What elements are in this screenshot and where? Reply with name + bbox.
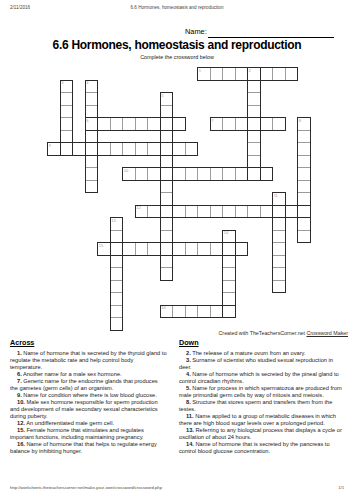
cell-number-5: 5: [161, 94, 163, 98]
down-section: Down 2. The release of a mature ovum fro…: [179, 338, 342, 455]
cell-number-14: 14: [224, 231, 228, 235]
clue-number: 6.: [17, 371, 22, 377]
clue-7-across: 7. Generic name for the endocrine glands…: [10, 378, 167, 392]
clue-8-down: 8. Structure that stores sperm and trans…: [179, 399, 342, 413]
cell-number-1: 1: [199, 69, 201, 73]
clue-16-across: 16. Name of hormone that that helps to r…: [10, 441, 167, 455]
word-outline-5-down: [160, 92, 174, 281]
clue-number: 10.: [17, 399, 25, 405]
clue-4-down: 4. Name of hormone which is secreted by …: [179, 371, 342, 385]
clue-number: 11.: [186, 413, 194, 419]
word-outline-14-down: [222, 230, 236, 319]
cell-number-15: 15: [99, 244, 103, 248]
clue-number: 12.: [17, 420, 25, 426]
clue-9-across: 9. Name for condition where there is low…: [10, 392, 167, 399]
clue-number: 4.: [186, 371, 191, 377]
clue-number: 8.: [186, 399, 191, 405]
page-title: 6.6 Hormones, homeostasis and reproducti…: [0, 38, 354, 52]
cell-number-4: 4: [86, 81, 88, 85]
clue-15-across: 15. Female hormone that stimulates and r…: [10, 427, 167, 441]
clue-number: 14.: [186, 441, 194, 447]
word-outline-11-down: [272, 192, 286, 293]
crossword-grid: 16791012151623458111314: [47, 67, 311, 331]
cell-number-16: 16: [161, 306, 165, 310]
across-heading: Across: [10, 338, 167, 347]
clue-number: 3.: [186, 357, 191, 363]
clue-number: 7.: [17, 378, 22, 384]
credit-line: Created with TheTeachersCorner.net Cross…: [219, 330, 348, 336]
cell-number-10: 10: [124, 169, 128, 173]
across-clue-list: 1. Name of hormone that is secreted by t…: [10, 350, 167, 455]
clue-number: 9.: [17, 392, 22, 398]
word-outline-13-down: [110, 217, 124, 331]
down-clue-list: 2. The release of a mature ovum from an …: [179, 350, 342, 455]
clue-number: 1.: [17, 350, 22, 356]
clue-6-across: 6. Another name for a male sex hormone.: [10, 371, 167, 378]
clue-5-down: 5. Name for process in which spermatozoa…: [179, 385, 342, 399]
worksheet-page: 2/11/2016 6.6 Hormones, homeostasis and …: [0, 0, 354, 500]
clue-11-down: 11. Name applied to a group of metabolic…: [179, 413, 342, 427]
clue-number: 16.: [17, 441, 25, 447]
clue-14-down: 14. Name of hormone that is secreted by …: [179, 441, 342, 455]
clue-number: 5.: [186, 385, 191, 391]
clue-3-down: 3. Surname of scientist who studied sexu…: [179, 357, 342, 371]
clue-number: 15.: [17, 427, 25, 433]
footer-url: http://worksheets.theteacherscorner.net/…: [10, 485, 162, 490]
clue-12-across: 12. An undifferentiated male germ cell.: [10, 420, 167, 427]
word-outline-4-down: [85, 80, 99, 194]
word-outline-3-down: [60, 80, 74, 156]
page-subtitle: Complete the crossword below: [0, 54, 354, 60]
cell-number-11: 11: [274, 194, 278, 198]
header-doc-title: 6.6 Hormones, homeostasis and reproducti…: [0, 5, 354, 10]
cell-number-6: 6: [86, 119, 88, 123]
clue-2-down: 2. The release of a mature ovum from an …: [179, 350, 342, 357]
cell-number-9: 9: [49, 144, 51, 148]
clue-13-down: 13. Referring to any biological process …: [179, 427, 342, 441]
clue-number: 2.: [186, 350, 191, 356]
cell-number-2: 2: [249, 69, 251, 73]
word-outline-8-down: [297, 117, 311, 243]
cell-number-13: 13: [111, 219, 115, 223]
cell-number-12: 12: [136, 206, 140, 210]
clue-number: 13.: [186, 427, 194, 433]
footer-page-number: 1/1: [338, 485, 344, 490]
clue-1-across: 1. Name of hormone that is secreted by t…: [10, 350, 167, 371]
word-outline-2-down: [247, 67, 261, 181]
crossword-maker-link[interactable]: Crossword Maker: [306, 330, 348, 336]
cell-number-8: 8: [299, 119, 301, 123]
clue-10-across: 10. Male sex hormone responsible for spe…: [10, 399, 167, 420]
cell-number-3: 3: [61, 81, 63, 85]
cell-number-7: 7: [211, 119, 213, 123]
credit-prefix: Created with TheTeachersCorner.net: [219, 330, 307, 336]
name-label: Name:: [185, 27, 207, 36]
across-section: Across 1. Name of hormone that is secret…: [10, 338, 167, 455]
down-heading: Down: [179, 338, 342, 347]
